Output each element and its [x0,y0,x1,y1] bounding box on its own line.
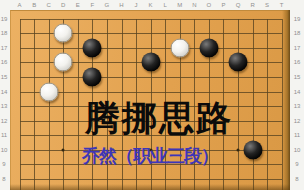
row-label-left: 16 [1,59,8,65]
column-label: T [280,2,284,8]
row-label-left: 9 [2,161,5,167]
white-stone [39,82,58,101]
column-label: Q [236,2,241,8]
column-label: F [91,2,95,8]
black-stone [199,38,218,57]
row-label-right: 14 [294,89,301,95]
row-label-right: 18 [294,30,301,36]
column-label: B [32,2,36,8]
black-stone [141,53,160,72]
star-point [237,148,240,151]
go-board-thumbnail: ABCDEFGHJKLMNOPQRST191918181717161615151… [0,0,304,190]
row-label-right: 19 [294,16,301,22]
column-label: O [207,2,212,8]
column-label: C [47,2,51,8]
white-stone [54,53,73,72]
row-label-right: 16 [294,59,301,65]
row-label-right: 10 [294,147,301,153]
black-stone [243,140,262,159]
row-label-left: 8 [2,176,5,182]
black-stone [83,38,102,57]
grid-line-horizontal [20,92,282,93]
row-label-right: 11 [294,132,300,138]
white-stone [54,24,73,43]
column-label: S [265,2,269,8]
column-label: D [61,2,65,8]
board-right-edge [282,10,290,190]
column-label: H [119,2,123,8]
row-label-right: 9 [295,161,298,167]
black-stone [83,67,102,86]
column-label: N [192,2,196,8]
column-label: K [149,2,153,8]
column-label: R [250,2,254,8]
row-label-right: 12 [294,118,301,124]
row-label-right: 13 [294,103,301,109]
row-label-right: 15 [294,74,301,80]
row-label-left: 13 [1,103,8,109]
video-author: 乔然（职业三段） [82,144,218,168]
row-label-left: 14 [1,89,8,95]
row-label-left: 15 [1,74,8,80]
row-label-left: 10 [1,147,8,153]
row-label-left: 19 [1,16,8,22]
row-label-left: 12 [1,118,8,124]
grid-line-horizontal [20,77,282,78]
row-label-left: 18 [1,30,8,36]
grid-line-horizontal [20,19,282,20]
white-stone [170,38,189,57]
row-label-left: 11 [1,132,7,138]
column-label: G [105,2,110,8]
column-label: E [76,2,80,8]
row-label-left: 17 [1,45,8,51]
black-stone [229,53,248,72]
row-label-right: 8 [295,176,298,182]
video-title: 腾挪思路 [85,95,233,142]
column-label: L [164,2,167,8]
column-label: P [221,2,225,8]
column-label: J [135,2,138,8]
grid-line-horizontal [20,48,282,49]
column-label: M [177,2,182,8]
board-bottom-edge [10,184,290,190]
grid-line-horizontal [20,179,282,180]
row-label-right: 17 [294,45,301,51]
star-point [62,148,65,151]
column-label: A [18,2,22,8]
